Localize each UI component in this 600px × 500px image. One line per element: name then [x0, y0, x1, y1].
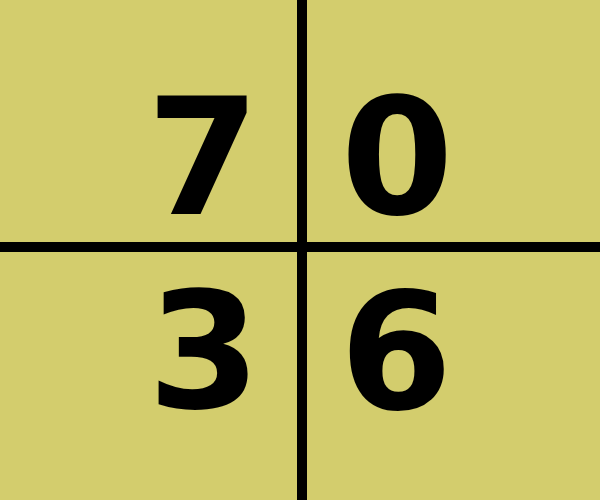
grid-line-horizontal [0, 242, 600, 252]
grid-cell-r1c0[interactable]: 3 [0, 252, 297, 500]
cell-digit-r1c0: 3 [148, 258, 261, 446]
grid-cell-r0c0[interactable]: 7 [0, 0, 297, 242]
puzzle-board: 7 0 3 6 [0, 0, 600, 500]
grid-cell-r0c1[interactable]: 0 [307, 0, 600, 242]
cell-digit-r1c1: 6 [340, 259, 453, 447]
cell-digit-r0c0: 7 [147, 64, 260, 252]
grid-cell-r1c1[interactable]: 6 [307, 252, 600, 500]
cell-digit-r0c1: 0 [341, 64, 454, 252]
